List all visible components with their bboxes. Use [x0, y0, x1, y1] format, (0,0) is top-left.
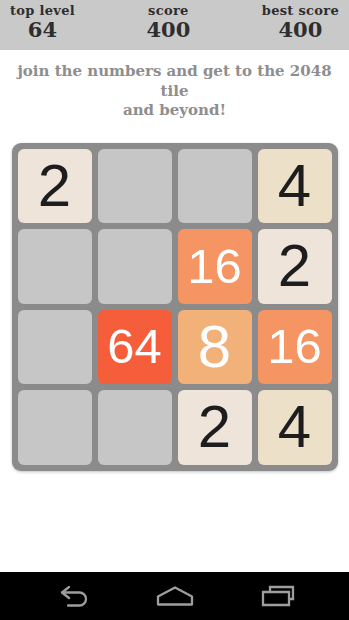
tile-2-r4c3: 2 — [178, 390, 252, 465]
back-icon — [58, 585, 88, 607]
tile-2-r1c1: 2 — [18, 149, 92, 224]
stat-score-value: 400 — [146, 19, 190, 41]
tile-2-r2c4: 2 — [258, 229, 332, 304]
empty-cell-r4c1 — [18, 390, 92, 465]
tagline-line-2: and beyond! — [6, 101, 343, 121]
stat-top-level-value: 64 — [28, 19, 57, 41]
score-bar: top level 64 score 400 best score 400 — [0, 0, 349, 50]
empty-cell-r2c1 — [18, 229, 92, 304]
stat-top-level-label: top level — [10, 4, 75, 18]
tile-8-r3c3: 8 — [178, 310, 252, 385]
tile-64-r3c2: 64 — [98, 310, 172, 385]
tile-16-r2c3: 16 — [178, 229, 252, 304]
empty-cell-r1c3 — [178, 149, 252, 224]
tile-16-r3c4: 16 — [258, 310, 332, 385]
empty-cell-r2c2 — [98, 229, 172, 304]
android-navbar — [0, 572, 349, 620]
stat-top-level: top level 64 — [10, 4, 75, 41]
stat-score: score 400 — [146, 4, 190, 41]
stat-best-score: best score 400 — [262, 4, 339, 41]
empty-cell-r3c1 — [18, 310, 92, 385]
stat-score-label: score — [148, 4, 189, 18]
tile-4-r4c4: 4 — [258, 390, 332, 465]
back-button[interactable] — [58, 585, 88, 607]
stat-best-score-value: 400 — [278, 19, 322, 41]
tagline-line-1: join the numbers and get to the 2048 til… — [6, 62, 343, 101]
home-button[interactable] — [156, 586, 194, 606]
home-icon — [156, 586, 194, 606]
board-grid[interactable]: 241626481624 — [12, 143, 338, 471]
empty-cell-r4c2 — [98, 390, 172, 465]
tile-4-r1c4: 4 — [258, 149, 332, 224]
recents-icon — [261, 585, 295, 607]
screen-2048: { "game": "2048", "header": { "stats": [… — [0, 0, 349, 620]
recents-button[interactable] — [261, 585, 295, 607]
tagline: join the numbers and get to the 2048 til… — [0, 62, 349, 121]
empty-cell-r1c2 — [98, 149, 172, 224]
stat-best-score-label: best score — [262, 4, 339, 18]
